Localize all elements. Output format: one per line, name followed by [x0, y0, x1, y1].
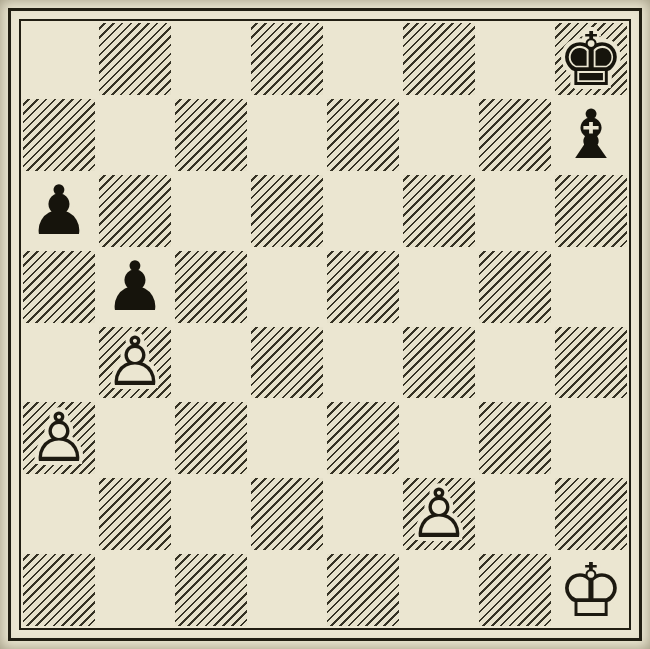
- square-d5[interactable]: [249, 249, 325, 325]
- square-e3[interactable]: [325, 400, 401, 476]
- square-d1[interactable]: [249, 552, 325, 628]
- square-g7[interactable]: [477, 97, 553, 173]
- square-h3[interactable]: [553, 400, 629, 476]
- black-pawn-glyph: ♟: [21, 173, 97, 249]
- square-c2[interactable]: [173, 476, 249, 552]
- square-d8[interactable]: [249, 21, 325, 97]
- white-pawn-outline: ♙: [21, 400, 97, 476]
- square-a7[interactable]: [21, 97, 97, 173]
- square-a2[interactable]: [21, 476, 97, 552]
- square-a6[interactable]: ♟: [21, 173, 97, 249]
- square-c3[interactable]: [173, 400, 249, 476]
- square-h6[interactable]: [553, 173, 629, 249]
- white-king-outline: ♔: [553, 552, 629, 628]
- square-a3[interactable]: ♟♙: [21, 400, 97, 476]
- square-c1[interactable]: [173, 552, 249, 628]
- white-pawn-outline: ♙: [401, 476, 477, 552]
- black-pawn[interactable]: ♟: [21, 173, 97, 249]
- square-h1[interactable]: ♚♔: [553, 552, 629, 628]
- square-e8[interactable]: [325, 21, 401, 97]
- square-g1[interactable]: [477, 552, 553, 628]
- square-f1[interactable]: [401, 552, 477, 628]
- square-h8[interactable]: ♚: [553, 21, 629, 97]
- black-bishop[interactable]: ♝: [553, 97, 629, 173]
- square-a1[interactable]: [21, 552, 97, 628]
- square-g8[interactable]: [477, 21, 553, 97]
- square-a4[interactable]: [21, 325, 97, 401]
- square-d4[interactable]: [249, 325, 325, 401]
- square-e4[interactable]: [325, 325, 401, 401]
- square-f5[interactable]: [401, 249, 477, 325]
- square-d3[interactable]: [249, 400, 325, 476]
- square-d2[interactable]: [249, 476, 325, 552]
- square-b8[interactable]: [97, 21, 173, 97]
- square-h7[interactable]: ♝: [553, 97, 629, 173]
- black-pawn-glyph: ♟: [97, 249, 173, 325]
- square-g2[interactable]: [477, 476, 553, 552]
- square-f7[interactable]: [401, 97, 477, 173]
- square-c4[interactable]: [173, 325, 249, 401]
- square-h4[interactable]: [553, 325, 629, 401]
- square-f2[interactable]: ♟♙: [401, 476, 477, 552]
- square-g4[interactable]: [477, 325, 553, 401]
- square-f8[interactable]: [401, 21, 477, 97]
- square-f4[interactable]: [401, 325, 477, 401]
- scanned-page: ♚♝♟♟♟♙♟♙♟♙♚♔: [0, 0, 650, 649]
- square-e2[interactable]: [325, 476, 401, 552]
- square-b7[interactable]: [97, 97, 173, 173]
- chess-board: ♚♝♟♟♟♙♟♙♟♙♚♔: [21, 21, 629, 628]
- square-g5[interactable]: [477, 249, 553, 325]
- white-pawn-outline: ♙: [97, 325, 173, 401]
- square-g3[interactable]: [477, 400, 553, 476]
- square-a8[interactable]: [21, 21, 97, 97]
- square-f6[interactable]: [401, 173, 477, 249]
- square-b5[interactable]: ♟: [97, 249, 173, 325]
- white-pawn[interactable]: ♟♙: [97, 325, 173, 401]
- square-e6[interactable]: [325, 173, 401, 249]
- black-king-glyph: ♚: [553, 21, 629, 97]
- square-e7[interactable]: [325, 97, 401, 173]
- square-g6[interactable]: [477, 173, 553, 249]
- white-pawn[interactable]: ♟♙: [21, 400, 97, 476]
- square-h5[interactable]: [553, 249, 629, 325]
- square-b4[interactable]: ♟♙: [97, 325, 173, 401]
- black-bishop-glyph: ♝: [553, 97, 629, 173]
- square-b1[interactable]: [97, 552, 173, 628]
- square-b3[interactable]: [97, 400, 173, 476]
- black-king[interactable]: ♚: [553, 21, 629, 97]
- white-pawn[interactable]: ♟♙: [401, 476, 477, 552]
- square-c8[interactable]: [173, 21, 249, 97]
- square-b2[interactable]: [97, 476, 173, 552]
- black-pawn[interactable]: ♟: [97, 249, 173, 325]
- square-h2[interactable]: [553, 476, 629, 552]
- square-e5[interactable]: [325, 249, 401, 325]
- square-a5[interactable]: [21, 249, 97, 325]
- square-d7[interactable]: [249, 97, 325, 173]
- square-c5[interactable]: [173, 249, 249, 325]
- square-c7[interactable]: [173, 97, 249, 173]
- square-e1[interactable]: [325, 552, 401, 628]
- square-c6[interactable]: [173, 173, 249, 249]
- white-king[interactable]: ♚♔: [553, 552, 629, 628]
- square-b6[interactable]: [97, 173, 173, 249]
- square-d6[interactable]: [249, 173, 325, 249]
- square-f3[interactable]: [401, 400, 477, 476]
